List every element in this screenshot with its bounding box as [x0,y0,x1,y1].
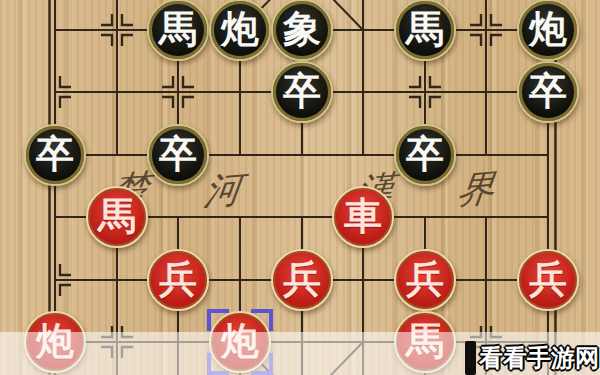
piece-glyph: 兵 [529,260,567,298]
piece-black-soldier[interactable]: 卒 [147,124,209,186]
piece-black-soldier[interactable]: 卒 [394,124,456,186]
piece-red-soldier[interactable]: 兵 [147,249,209,311]
piece-red-cannon[interactable]: 炮 [209,311,271,373]
piece-glyph: 炮 [221,322,259,360]
watermark: 看看手游网 [465,341,599,375]
piece-red-cannon[interactable]: 炮 [24,311,86,373]
piece-black-elephant[interactable]: 象 [271,0,333,61]
piece-black-horse[interactable]: 馬 [394,0,456,61]
piece-glyph: 馬 [406,322,444,360]
piece-glyph: 象 [283,10,321,48]
piece-glyph: 兵 [283,260,321,298]
piece-black-horse[interactable]: 馬 [147,0,209,61]
piece-glyph: 馬 [159,10,197,48]
piece-glyph: 炮 [529,10,567,48]
piece-glyph: 兵 [406,260,444,298]
piece-glyph: 兵 [159,260,197,298]
piece-black-soldier[interactable]: 卒 [24,124,86,186]
piece-black-soldier[interactable]: 卒 [517,61,579,123]
piece-glyph: 卒 [406,135,444,173]
piece-glyph: 炮 [221,10,259,48]
xiangqi-board: 楚河漢界 馬炮象馬炮卒卒卒卒卒馬車兵兵兵兵炮炮馬 看看手游网 [0,0,600,375]
piece-black-cannon[interactable]: 炮 [517,0,579,61]
piece-red-chariot[interactable]: 車 [332,186,394,248]
piece-red-horse[interactable]: 馬 [86,186,148,248]
piece-glyph: 炮 [36,322,74,360]
piece-black-cannon[interactable]: 炮 [209,0,271,61]
watermark-bar-icon [465,341,476,375]
piece-glyph: 車 [344,197,382,235]
piece-red-horse[interactable]: 馬 [394,311,456,373]
watermark-text: 看看手游网 [479,342,599,374]
piece-glyph: 卒 [159,135,197,173]
piece-glyph: 卒 [283,72,321,110]
piece-red-soldier[interactable]: 兵 [271,249,333,311]
piece-glyph: 馬 [98,197,136,235]
piece-red-soldier[interactable]: 兵 [394,249,456,311]
piece-glyph: 馬 [406,10,444,48]
piece-red-soldier[interactable]: 兵 [517,249,579,311]
piece-glyph: 卒 [529,72,567,110]
piece-glyph: 卒 [36,135,74,173]
piece-black-soldier[interactable]: 卒 [271,61,333,123]
